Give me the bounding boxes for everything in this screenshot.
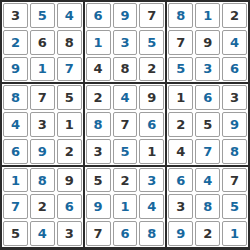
cell-r4c2[interactable]: 7 <box>30 85 55 110</box>
cell-r2c5[interactable]: 3 <box>113 30 138 55</box>
cell-r7c4[interactable]: 5 <box>86 168 111 193</box>
cell-r3c7[interactable]: 5 <box>168 57 193 82</box>
cell-r3c2[interactable]: 1 <box>30 57 55 82</box>
box-1-2: 697135482 <box>85 2 166 82</box>
cell-r1c8[interactable]: 1 <box>195 3 220 28</box>
cell-r4c6[interactable]: 9 <box>139 85 164 110</box>
cell-r2c2[interactable]: 6 <box>30 30 55 55</box>
cell-r1c2[interactable]: 5 <box>30 3 55 28</box>
cell-r3c1[interactable]: 9 <box>3 57 28 82</box>
cell-r2c4[interactable]: 1 <box>86 30 111 55</box>
cell-r9c5[interactable]: 6 <box>113 221 138 246</box>
cell-r3c6[interactable]: 2 <box>139 57 164 82</box>
cell-r7c3[interactable]: 9 <box>57 168 82 193</box>
box-3-2: 523914768 <box>85 167 166 247</box>
cell-r7c7[interactable]: 6 <box>168 168 193 193</box>
cell-r4c1[interactable]: 8 <box>3 85 28 110</box>
box-3-3: 647385921 <box>167 167 248 247</box>
cell-r4c9[interactable]: 3 <box>222 85 247 110</box>
cell-r2c9[interactable]: 4 <box>222 30 247 55</box>
cell-r5c8[interactable]: 5 <box>195 112 220 137</box>
box-1-1: 354268917 <box>2 2 83 82</box>
cell-r1c6[interactable]: 7 <box>139 3 164 28</box>
box-1-3: 812794536 <box>167 2 248 82</box>
cell-r3c9[interactable]: 6 <box>222 57 247 82</box>
cell-r5c4[interactable]: 8 <box>86 112 111 137</box>
cell-r8c5[interactable]: 1 <box>113 194 138 219</box>
cell-r8c1[interactable]: 7 <box>3 194 28 219</box>
cell-r7c9[interactable]: 7 <box>222 168 247 193</box>
cell-r7c1[interactable]: 1 <box>3 168 28 193</box>
cell-r8c6[interactable]: 4 <box>139 194 164 219</box>
cell-r6c7[interactable]: 4 <box>168 139 193 164</box>
cell-r3c4[interactable]: 4 <box>86 57 111 82</box>
cell-r5c9[interactable]: 9 <box>222 112 247 137</box>
cell-r4c4[interactable]: 2 <box>86 85 111 110</box>
cell-r6c4[interactable]: 3 <box>86 139 111 164</box>
cell-r6c2[interactable]: 9 <box>30 139 55 164</box>
cell-r8c3[interactable]: 6 <box>57 194 82 219</box>
cell-r4c7[interactable]: 1 <box>168 85 193 110</box>
box-2-3: 163259478 <box>167 84 248 164</box>
cell-r5c1[interactable]: 4 <box>3 112 28 137</box>
cell-r4c5[interactable]: 4 <box>113 85 138 110</box>
cell-r1c7[interactable]: 8 <box>168 3 193 28</box>
box-2-2: 249876351 <box>85 84 166 164</box>
cell-r5c3[interactable]: 1 <box>57 112 82 137</box>
cell-r8c9[interactable]: 5 <box>222 194 247 219</box>
cell-r8c4[interactable]: 9 <box>86 194 111 219</box>
cell-r9c3[interactable]: 3 <box>57 221 82 246</box>
cell-r1c9[interactable]: 2 <box>222 3 247 28</box>
cell-r6c5[interactable]: 5 <box>113 139 138 164</box>
cell-r7c5[interactable]: 2 <box>113 168 138 193</box>
cell-r9c7[interactable]: 9 <box>168 221 193 246</box>
cell-r9c4[interactable]: 7 <box>86 221 111 246</box>
sudoku-board: 3542689176971354828127945368754316922498… <box>0 0 250 250</box>
cell-r8c7[interactable]: 3 <box>168 194 193 219</box>
box-2-1: 875431692 <box>2 84 83 164</box>
cell-r2c8[interactable]: 9 <box>195 30 220 55</box>
cell-r4c8[interactable]: 6 <box>195 85 220 110</box>
cell-r6c6[interactable]: 1 <box>139 139 164 164</box>
cell-r1c5[interactable]: 9 <box>113 3 138 28</box>
cell-r9c8[interactable]: 2 <box>195 221 220 246</box>
cell-r9c2[interactable]: 4 <box>30 221 55 246</box>
cell-r5c2[interactable]: 3 <box>30 112 55 137</box>
cell-r4c3[interactable]: 5 <box>57 85 82 110</box>
cell-r8c8[interactable]: 8 <box>195 194 220 219</box>
cell-r2c1[interactable]: 2 <box>3 30 28 55</box>
cell-r5c6[interactable]: 6 <box>139 112 164 137</box>
cell-r6c1[interactable]: 6 <box>3 139 28 164</box>
box-3-1: 189726543 <box>2 167 83 247</box>
cell-r6c8[interactable]: 7 <box>195 139 220 164</box>
cell-r7c8[interactable]: 4 <box>195 168 220 193</box>
cell-r6c9[interactable]: 8 <box>222 139 247 164</box>
cell-r7c2[interactable]: 8 <box>30 168 55 193</box>
cell-r5c7[interactable]: 2 <box>168 112 193 137</box>
cell-r2c6[interactable]: 5 <box>139 30 164 55</box>
cell-r9c9[interactable]: 1 <box>222 221 247 246</box>
cell-r6c3[interactable]: 2 <box>57 139 82 164</box>
cell-r1c4[interactable]: 6 <box>86 3 111 28</box>
cell-r5c5[interactable]: 7 <box>113 112 138 137</box>
cell-r2c7[interactable]: 7 <box>168 30 193 55</box>
cell-r3c3[interactable]: 7 <box>57 57 82 82</box>
cell-r1c3[interactable]: 4 <box>57 3 82 28</box>
cell-r9c1[interactable]: 5 <box>3 221 28 246</box>
cell-r3c5[interactable]: 8 <box>113 57 138 82</box>
cell-r8c2[interactable]: 2 <box>30 194 55 219</box>
cell-r7c6[interactable]: 3 <box>139 168 164 193</box>
cell-r2c3[interactable]: 8 <box>57 30 82 55</box>
cell-r1c1[interactable]: 3 <box>3 3 28 28</box>
cell-r9c6[interactable]: 8 <box>139 221 164 246</box>
cell-r3c8[interactable]: 3 <box>195 57 220 82</box>
